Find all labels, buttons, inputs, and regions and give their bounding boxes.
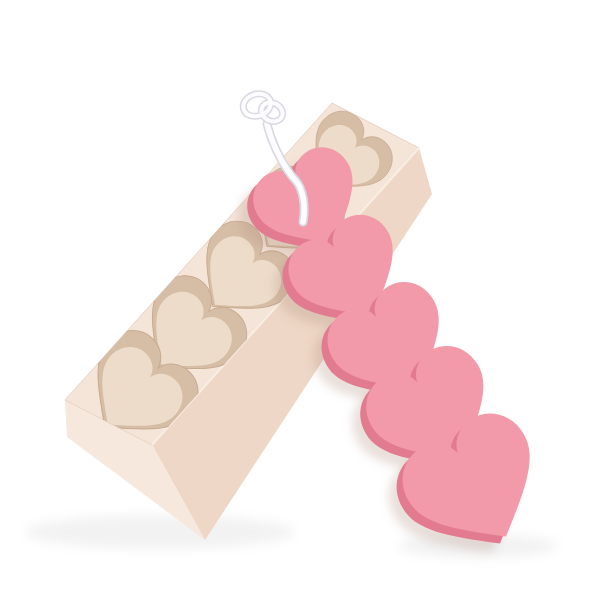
product-photo (0, 0, 600, 600)
mold-ground-shadow (25, 515, 295, 549)
wick-knot (240, 90, 286, 125)
scene-canvas (0, 0, 600, 600)
